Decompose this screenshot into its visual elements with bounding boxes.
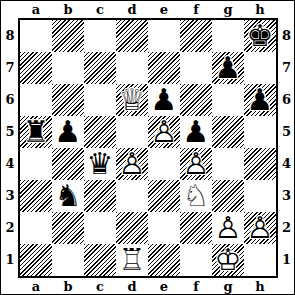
square-c7[interactable] [84,52,116,84]
square-e5[interactable]: ♟♙ [148,116,180,148]
square-a7[interactable] [20,52,52,84]
square-g3[interactable] [212,180,244,212]
rank-labels-left: 87654321 [1,20,19,276]
rank-label-6: 6 [279,84,294,116]
file-label-g: g [212,278,244,295]
board: ♚♟♛♕♟♟♜♟♟♙♟♛♟♙♟♙♞♞♘♟♙♟♙♜♖♚♔ [18,18,278,278]
piece-white-queen: ♕ [116,84,148,116]
piece-white-pawn: ♙ [212,212,244,244]
square-a5[interactable]: ♜ [20,116,52,148]
square-b5[interactable]: ♟ [52,116,84,148]
square-a3[interactable] [20,180,52,212]
rank-label-2: 2 [279,212,294,244]
file-label-d: d [116,1,148,19]
square-g8[interactable] [212,20,244,52]
square-d8[interactable] [116,20,148,52]
file-label-a: a [20,1,52,19]
square-f1[interactable] [180,244,212,276]
square-c3[interactable] [84,180,116,212]
rank-label-7: 7 [1,52,19,84]
rank-label-1: 1 [1,244,19,276]
rank-label-1: 1 [279,244,294,276]
square-b7[interactable] [52,52,84,84]
square-b1[interactable] [52,244,84,276]
square-h6[interactable]: ♟ [244,84,276,116]
piece-black-knight: ♞ [52,180,84,212]
piece-white-pawn: ♙ [148,116,180,148]
square-c6[interactable] [84,84,116,116]
file-labels-bottom: abcdefgh [20,278,276,294]
piece-white-pawn: ♙ [116,148,148,180]
square-a1[interactable] [20,244,52,276]
square-d3[interactable] [116,180,148,212]
file-label-d: d [116,278,148,295]
piece-black-pawn: ♟ [212,52,244,84]
piece-white-pawn: ♙ [180,148,212,180]
square-g6[interactable] [212,84,244,116]
square-f6[interactable] [180,84,212,116]
square-d2[interactable] [116,212,148,244]
file-label-a: a [20,278,52,295]
square-e3[interactable] [148,180,180,212]
square-c2[interactable] [84,212,116,244]
square-c8[interactable] [84,20,116,52]
rank-label-2: 2 [1,212,19,244]
square-d4[interactable]: ♟♙ [116,148,148,180]
piece-white-rook: ♖ [116,244,148,276]
square-f3[interactable]: ♞♘ [180,180,212,212]
square-c4[interactable]: ♛ [84,148,116,180]
square-e6[interactable]: ♟ [148,84,180,116]
square-a2[interactable] [20,212,52,244]
square-h8[interactable]: ♚ [244,20,276,52]
file-label-f: f [180,278,212,295]
square-c1[interactable] [84,244,116,276]
square-f5[interactable]: ♟ [180,116,212,148]
file-label-b: b [52,278,84,295]
square-e7[interactable] [148,52,180,84]
file-label-c: c [84,278,116,295]
rank-label-3: 3 [1,180,19,212]
square-f7[interactable] [180,52,212,84]
piece-black-queen: ♛ [84,148,116,180]
piece-white-knight: ♘ [180,180,212,212]
square-b3[interactable]: ♞ [52,180,84,212]
square-b8[interactable] [52,20,84,52]
rank-label-5: 5 [279,116,294,148]
square-h2[interactable]: ♟♙ [244,212,276,244]
file-label-c: c [84,1,116,19]
rank-labels-right: 87654321 [279,20,294,276]
file-label-g: g [212,1,244,19]
piece-white-king: ♔ [212,244,244,276]
square-g7[interactable]: ♟ [212,52,244,84]
square-h3[interactable] [244,180,276,212]
square-c5[interactable] [84,116,116,148]
rank-label-4: 4 [1,148,19,180]
piece-black-pawn: ♟ [52,116,84,148]
square-f4[interactable]: ♟♙ [180,148,212,180]
square-d1[interactable]: ♜♖ [116,244,148,276]
piece-white-pawn: ♙ [244,212,276,244]
square-e8[interactable] [148,20,180,52]
rank-label-7: 7 [279,52,294,84]
square-g1[interactable]: ♚♔ [212,244,244,276]
file-label-h: h [244,278,276,295]
square-h4[interactable] [244,148,276,180]
piece-black-king: ♚ [244,20,276,52]
square-a6[interactable] [20,84,52,116]
square-h1[interactable] [244,244,276,276]
square-d6[interactable]: ♛♕ [116,84,148,116]
square-b2[interactable] [52,212,84,244]
square-g2[interactable]: ♟♙ [212,212,244,244]
chess-diagram: abcdefgh 87654321 ♚♟♛♕♟♟♜♟♟♙♟♛♟♙♟♙♞♞♘♟♙♟… [0,0,295,295]
rank-label-6: 6 [1,84,19,116]
piece-black-pawn: ♟ [148,84,180,116]
square-d5[interactable] [116,116,148,148]
square-e1[interactable] [148,244,180,276]
file-labels-top: abcdefgh [20,1,276,19]
piece-black-pawn: ♟ [244,84,276,116]
piece-black-rook: ♜ [20,116,52,148]
rank-label-4: 4 [279,148,294,180]
square-f8[interactable] [180,20,212,52]
file-label-h: h [244,1,276,19]
square-b6[interactable] [52,84,84,116]
square-e4[interactable] [148,148,180,180]
rank-label-8: 8 [279,20,294,52]
rank-label-3: 3 [279,180,294,212]
file-label-e: e [148,278,180,295]
square-b4[interactable] [52,148,84,180]
square-f2[interactable] [180,212,212,244]
file-label-b: b [52,1,84,19]
square-g5[interactable] [212,116,244,148]
square-a4[interactable] [20,148,52,180]
piece-black-pawn: ♟ [180,116,212,148]
square-a8[interactable] [20,20,52,52]
square-e2[interactable] [148,212,180,244]
file-label-e: e [148,1,180,19]
square-h5[interactable] [244,116,276,148]
rank-label-5: 5 [1,116,19,148]
square-d7[interactable] [116,52,148,84]
rank-label-8: 8 [1,20,19,52]
square-h7[interactable] [244,52,276,84]
square-g4[interactable] [212,148,244,180]
file-label-f: f [180,1,212,19]
